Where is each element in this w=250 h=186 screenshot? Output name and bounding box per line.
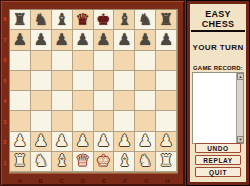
piece-white-knight[interactable]: ♞: [34, 153, 48, 169]
file-label-d: D: [72, 174, 93, 186]
piece-white-king[interactable]: ♚: [96, 153, 110, 169]
piece-black-knight[interactable]: ♞: [138, 12, 152, 28]
piece-black-queen[interactable]: ♛: [75, 12, 89, 28]
quit-button[interactable]: QUIT: [195, 167, 241, 177]
piece-white-rook[interactable]: ♜: [159, 153, 173, 169]
piece-black-rook[interactable]: ♜: [159, 12, 173, 28]
square-e2[interactable]: ♟: [94, 132, 115, 152]
square-h8[interactable]: ♜: [156, 10, 177, 30]
square-c1[interactable]: ♝: [52, 152, 73, 172]
square-b2[interactable]: ♟: [31, 132, 52, 152]
square-a8[interactable]: ♜: [10, 10, 31, 30]
square-f6[interactable]: [114, 51, 135, 71]
piece-white-pawn[interactable]: ♟: [138, 133, 152, 149]
game-record-box[interactable]: ▲ ▼: [192, 72, 244, 144]
rank-label-5: 5: [1, 71, 9, 92]
square-h7[interactable]: ♟: [156, 30, 177, 50]
piece-black-pawn[interactable]: ♟: [117, 32, 131, 48]
piece-black-pawn[interactable]: ♟: [34, 32, 48, 48]
piece-black-bishop[interactable]: ♝: [55, 12, 69, 28]
square-f2[interactable]: ♟: [114, 132, 135, 152]
square-h5[interactable]: [156, 71, 177, 91]
square-g8[interactable]: ♞: [135, 10, 156, 30]
file-label-f: F: [115, 174, 136, 186]
square-e1[interactable]: ♚: [94, 152, 115, 172]
square-g7[interactable]: ♟: [135, 30, 156, 50]
square-a2[interactable]: ♟: [10, 132, 31, 152]
square-e5[interactable]: [94, 71, 115, 91]
piece-white-queen[interactable]: ♛: [75, 153, 89, 169]
easy-chess-window: 87654321 ♜♞♝♛♚♝♞♜♟♟♟♟♟♟♟♟♟♟♟♟♟♟♟♟♜♞♝♛♚♝♞…: [0, 0, 250, 186]
square-c8[interactable]: ♝: [52, 10, 73, 30]
square-b1[interactable]: ♞: [31, 152, 52, 172]
piece-white-pawn[interactable]: ♟: [117, 133, 131, 149]
square-f7[interactable]: ♟: [114, 30, 135, 50]
square-b8[interactable]: ♞: [31, 10, 52, 30]
square-a3[interactable]: [10, 111, 31, 131]
square-c5[interactable]: [52, 71, 73, 91]
square-c4[interactable]: [52, 91, 73, 111]
rank-label-6: 6: [1, 50, 9, 71]
side-panel-inner: EASY CHESS YOUR TURN GAME RECORD: ▲ ▼ UN…: [187, 1, 249, 185]
rank-labels: 87654321: [1, 9, 9, 173]
square-e8[interactable]: ♚: [94, 10, 115, 30]
file-label-c: C: [51, 174, 72, 186]
square-g6[interactable]: [135, 51, 156, 71]
square-a5[interactable]: [10, 71, 31, 91]
square-a7[interactable]: ♟: [10, 30, 31, 50]
square-g3[interactable]: [135, 111, 156, 131]
square-a1[interactable]: ♜: [10, 152, 31, 172]
scroll-up-icon[interactable]: ▲: [237, 73, 244, 80]
square-h3[interactable]: [156, 111, 177, 131]
replay-button[interactable]: REPLAY: [195, 155, 241, 165]
piece-white-bishop[interactable]: ♝: [117, 153, 131, 169]
file-label-g: G: [136, 174, 157, 186]
square-d5[interactable]: [73, 71, 94, 91]
square-b7[interactable]: ♟: [31, 30, 52, 50]
square-d7[interactable]: ♟: [73, 30, 94, 50]
square-e3[interactable]: [94, 111, 115, 131]
square-f8[interactable]: ♝: [114, 10, 135, 30]
file-labels: ABCDEFGH: [9, 173, 178, 186]
piece-black-pawn[interactable]: ♟: [96, 32, 110, 48]
undo-button[interactable]: UNDO: [195, 143, 241, 153]
button-column: UNDO REPLAY QUIT: [190, 143, 246, 177]
piece-white-pawn[interactable]: ♟: [34, 133, 48, 149]
piece-black-pawn[interactable]: ♟: [75, 32, 89, 48]
game-record-label: GAME RECORD:: [193, 65, 246, 71]
square-d8[interactable]: ♛: [73, 10, 94, 30]
turn-status: YOUR TURN: [190, 43, 246, 52]
record-scrollbar[interactable]: ▲ ▼: [236, 73, 243, 143]
square-d6[interactable]: [73, 51, 94, 71]
square-d4[interactable]: [73, 91, 94, 111]
square-f4[interactable]: [114, 91, 135, 111]
square-g2[interactable]: ♟: [135, 132, 156, 152]
file-label-e: E: [94, 174, 115, 186]
side-panel: EASY CHESS YOUR TURN GAME RECORD: ▲ ▼ UN…: [186, 0, 250, 186]
chess-board[interactable]: ♜♞♝♛♚♝♞♜♟♟♟♟♟♟♟♟♟♟♟♟♟♟♟♟♜♞♝♛♚♝♞♜: [9, 9, 178, 173]
piece-black-rook[interactable]: ♜: [13, 12, 27, 28]
piece-black-pawn[interactable]: ♟: [159, 32, 173, 48]
square-a6[interactable]: [10, 51, 31, 71]
piece-white-knight[interactable]: ♞: [138, 153, 152, 169]
square-g5[interactable]: [135, 71, 156, 91]
square-d3[interactable]: [73, 111, 94, 131]
piece-white-pawn[interactable]: ♟: [55, 133, 69, 149]
square-b4[interactable]: [31, 91, 52, 111]
chess-board-frame: 87654321 ♜♞♝♛♚♝♞♜♟♟♟♟♟♟♟♟♟♟♟♟♟♟♟♟♜♞♝♛♚♝♞…: [0, 0, 185, 186]
square-e4[interactable]: [94, 91, 115, 111]
file-label-b: B: [30, 174, 51, 186]
square-c6[interactable]: [52, 51, 73, 71]
square-b3[interactable]: [31, 111, 52, 131]
rank-label-4: 4: [1, 91, 9, 112]
piece-black-king[interactable]: ♚: [96, 12, 110, 28]
piece-black-pawn[interactable]: ♟: [13, 32, 27, 48]
piece-black-pawn[interactable]: ♟: [138, 32, 152, 48]
square-f5[interactable]: [114, 71, 135, 91]
square-h6[interactable]: [156, 51, 177, 71]
rank-label-8: 8: [1, 9, 9, 30]
square-d1[interactable]: ♛: [73, 152, 94, 172]
piece-black-bishop[interactable]: ♝: [117, 12, 131, 28]
app-title: EASY CHESS: [191, 9, 245, 32]
square-h1[interactable]: ♜: [156, 152, 177, 172]
square-e6[interactable]: [94, 51, 115, 71]
square-f3[interactable]: [114, 111, 135, 131]
square-e7[interactable]: ♟: [94, 30, 115, 50]
square-f1[interactable]: ♝: [114, 152, 135, 172]
rank-label-1: 1: [1, 153, 9, 174]
square-g4[interactable]: [135, 91, 156, 111]
piece-white-rook[interactable]: ♜: [13, 153, 27, 169]
square-a4[interactable]: [10, 91, 31, 111]
file-label-a: A: [9, 174, 30, 186]
square-d2[interactable]: ♟: [73, 132, 94, 152]
piece-white-pawn[interactable]: ♟: [75, 133, 89, 149]
rank-label-7: 7: [1, 30, 9, 51]
piece-black-knight[interactable]: ♞: [34, 12, 48, 28]
square-g1[interactable]: ♞: [135, 152, 156, 172]
file-label-h: H: [157, 174, 178, 186]
square-c2[interactable]: ♟: [52, 132, 73, 152]
square-h2[interactable]: ♟: [156, 132, 177, 152]
rank-label-3: 3: [1, 112, 9, 133]
square-b6[interactable]: [31, 51, 52, 71]
square-h4[interactable]: [156, 91, 177, 111]
piece-black-pawn[interactable]: ♟: [55, 32, 69, 48]
square-c7[interactable]: ♟: [52, 30, 73, 50]
piece-white-pawn[interactable]: ♟: [13, 133, 27, 149]
rank-label-2: 2: [1, 132, 9, 153]
square-c3[interactable]: [52, 111, 73, 131]
scroll-down-icon[interactable]: ▼: [237, 136, 244, 143]
square-b5[interactable]: [31, 71, 52, 91]
piece-white-bishop[interactable]: ♝: [55, 153, 69, 169]
piece-white-pawn[interactable]: ♟: [159, 133, 173, 149]
piece-white-pawn[interactable]: ♟: [96, 133, 110, 149]
